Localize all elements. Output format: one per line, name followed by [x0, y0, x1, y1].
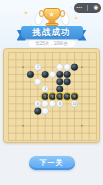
more-icon[interactable]: •••	[77, 6, 83, 10]
stone-white-5-7	[42, 101, 49, 108]
go-board-svg[interactable]: 24135796810	[4, 49, 101, 144]
stone-number: 1	[44, 95, 46, 99]
sparkle-icon: ✦	[24, 10, 29, 16]
banner-title: 挑战成功	[33, 27, 71, 39]
stone-black-8-3	[64, 71, 71, 78]
stone-number: 9	[74, 95, 76, 99]
stone-white-8-2	[64, 64, 71, 71]
sparkle-icon: ✦	[74, 16, 78, 21]
capsule-divider	[87, 5, 88, 11]
stone-black-4-8	[35, 108, 42, 115]
level-info-text: 第25关，10回合	[35, 41, 68, 46]
app-screen: ••• ◉ ✦ ✦ ✦ ✦ ★ 挑战成功 第25关，10回合	[0, 0, 103, 185]
stone-number: 6	[37, 102, 39, 106]
stone-white-5-8	[42, 108, 49, 115]
go-board[interactable]: 24135796810	[3, 48, 100, 143]
stone-black-7-5	[57, 86, 64, 93]
stone-number: 5	[59, 95, 61, 99]
stone-number: 3	[52, 95, 54, 99]
close-circle-icon[interactable]: ◉	[94, 5, 99, 11]
stone-number: 4	[44, 87, 46, 91]
stone-black-9-2	[71, 64, 78, 71]
stone-number: 2	[37, 65, 39, 69]
star-icon: ★	[48, 11, 55, 19]
stone-black-7-4	[57, 79, 64, 86]
wechat-capsule[interactable]: ••• ◉	[74, 3, 101, 13]
stone-black-3-3	[27, 71, 34, 78]
trophy-handle	[60, 10, 65, 17]
stone-black-7-3	[57, 71, 64, 78]
next-level-label: 下一关	[40, 158, 64, 168]
stone-white-7-2	[57, 64, 64, 71]
success-banner: 挑战成功	[17, 26, 87, 39]
sparkle-icon: ✦	[70, 7, 73, 11]
stone-white-4-4	[35, 79, 42, 86]
stone-white-6-3	[49, 71, 56, 78]
stone-number: 10	[73, 102, 77, 106]
stone-black-8-4	[64, 79, 71, 86]
stone-black-5-3	[42, 71, 49, 78]
stone-number: 7	[66, 95, 68, 99]
stone-white-6-7	[49, 101, 56, 108]
next-level-button[interactable]: 下一关	[29, 156, 75, 170]
level-info-pill: 第25关，10回合	[29, 40, 75, 47]
trophy-cup: ★	[43, 8, 60, 21]
stone-number: 8	[59, 102, 61, 106]
